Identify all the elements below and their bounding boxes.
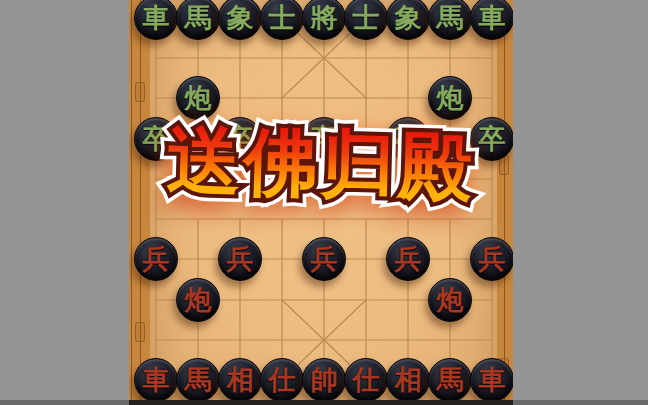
piece-red-cannon[interactable]: 炮 [428, 278, 472, 322]
piece-character: 相 [395, 366, 422, 393]
piece-red-horse[interactable]: 馬 [428, 358, 472, 402]
piece-character: 兵 [479, 245, 506, 272]
piece-character: 馬 [437, 366, 464, 393]
piece-character: 卒 [143, 125, 170, 152]
piece-character: 兵 [143, 245, 170, 272]
piece-character: 馬 [185, 4, 212, 31]
piece-red-soldier[interactable]: 兵 [218, 237, 262, 281]
piece-character: 兵 [311, 245, 338, 272]
piece-character: 馬 [437, 4, 464, 31]
piece-red-general[interactable]: 帥 [302, 358, 346, 402]
piece-red-soldier[interactable]: 兵 [302, 237, 346, 281]
piece-character: 士 [269, 4, 296, 31]
piece-character: 士 [353, 4, 380, 31]
piece-red-chariot[interactable]: 車 [134, 358, 178, 402]
piece-red-cannon[interactable]: 炮 [176, 278, 220, 322]
piece-character: 車 [479, 366, 506, 393]
piece-character: 帥 [311, 366, 338, 393]
piece-character: 將 [311, 4, 338, 31]
bottom-strip-board [129, 400, 513, 405]
piece-character: 車 [143, 4, 170, 31]
piece-character: 相 [227, 366, 254, 393]
piece-character: 車 [479, 4, 506, 31]
piece-character: 兵 [227, 245, 254, 272]
piece-black-soldier[interactable]: 卒 [470, 117, 513, 161]
piece-character: 兵 [395, 245, 422, 272]
piece-red-advisor[interactable]: 仕 [344, 358, 388, 402]
piece-red-soldier[interactable]: 兵 [134, 237, 178, 281]
piece-character: 炮 [437, 84, 464, 111]
piece-character: 炮 [185, 84, 212, 111]
piece-character: 仕 [269, 366, 296, 393]
piece-black-chariot[interactable]: 車 [470, 0, 513, 40]
piece-red-elephant[interactable]: 相 [218, 358, 262, 402]
piece-red-soldier[interactable]: 兵 [470, 237, 513, 281]
piece-red-soldier[interactable]: 兵 [386, 237, 430, 281]
piece-red-advisor[interactable]: 仕 [260, 358, 304, 402]
piece-character: 炮 [185, 286, 212, 313]
piece-red-chariot[interactable]: 車 [470, 358, 513, 402]
piece-character: 仕 [353, 366, 380, 393]
caption-overlay: 送佛归殿 送佛归殿 送佛归殿 [166, 122, 476, 204]
caption-text: 送佛归殿 [166, 122, 476, 204]
piece-black-cannon[interactable]: 炮 [428, 76, 472, 120]
piece-black-cannon[interactable]: 炮 [176, 76, 220, 120]
piece-red-horse[interactable]: 馬 [176, 358, 220, 402]
letterbox-left [0, 0, 129, 405]
piece-character: 車 [143, 366, 170, 393]
piece-character: 炮 [437, 286, 464, 313]
piece-red-elephant[interactable]: 相 [386, 358, 430, 402]
piece-character: 象 [395, 4, 422, 31]
piece-character: 馬 [185, 366, 212, 393]
letterbox-right [513, 0, 648, 405]
xiangqi-board[interactable]: 車馬象士將士象馬車炮炮卒卒卒卒卒兵兵兵兵兵炮炮車馬相仕帥仕相馬車 送佛归殿 送佛… [129, 0, 513, 405]
piece-character: 卒 [479, 125, 506, 152]
piece-character: 象 [227, 4, 254, 31]
